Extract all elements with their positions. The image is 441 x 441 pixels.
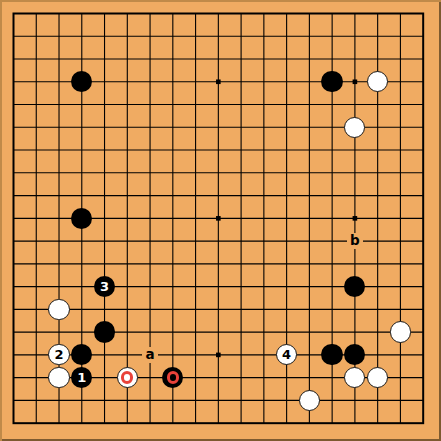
black-stone[interactable] xyxy=(344,276,365,297)
circle-mark-icon xyxy=(167,371,179,383)
stones-layer: 3241ab xyxy=(2,2,434,434)
board-point xyxy=(70,207,93,230)
board-point xyxy=(321,70,344,93)
white-stone[interactable] xyxy=(299,390,320,411)
white-stone-circled[interactable] xyxy=(117,367,138,388)
black-stone[interactable] xyxy=(71,344,92,365)
board-point xyxy=(161,366,184,389)
board-point xyxy=(48,366,71,389)
board-point xyxy=(343,366,366,389)
move-number: 3 xyxy=(100,280,109,293)
board-point xyxy=(321,343,344,366)
move-number: 1 xyxy=(77,371,86,384)
black-stone[interactable] xyxy=(344,344,365,365)
circle-mark-icon xyxy=(121,371,133,383)
white-stone[interactable] xyxy=(48,367,69,388)
board-point xyxy=(48,298,71,321)
board-point: 3 xyxy=(93,275,116,298)
board-point xyxy=(93,321,116,344)
black-stone[interactable] xyxy=(71,71,92,92)
board-point xyxy=(116,366,139,389)
board-point: b xyxy=(343,230,366,253)
black-stone[interactable] xyxy=(94,321,115,342)
black-stone[interactable] xyxy=(321,71,342,92)
point-label-b[interactable]: b xyxy=(347,233,363,249)
black-stone[interactable]: 1 xyxy=(71,367,92,388)
board-point xyxy=(366,70,389,93)
move-number: 2 xyxy=(54,348,63,361)
white-stone[interactable] xyxy=(367,71,388,92)
black-stone[interactable] xyxy=(321,344,342,365)
board-point xyxy=(70,343,93,366)
white-stone[interactable] xyxy=(48,299,69,320)
move-number: 4 xyxy=(282,348,291,361)
board-point xyxy=(389,321,412,344)
board-point: 4 xyxy=(275,343,298,366)
white-stone[interactable] xyxy=(344,117,365,138)
board-point xyxy=(343,116,366,139)
board-point: a xyxy=(139,343,162,366)
board-point xyxy=(343,343,366,366)
black-stone[interactable] xyxy=(71,208,92,229)
board-point: 1 xyxy=(70,366,93,389)
go-board[interactable]: 3241ab xyxy=(0,0,441,441)
black-stone[interactable]: 3 xyxy=(94,276,115,297)
board-point xyxy=(70,70,93,93)
board-point: 2 xyxy=(48,343,71,366)
board-point xyxy=(343,275,366,298)
white-stone[interactable]: 4 xyxy=(276,344,297,365)
white-stone[interactable]: 2 xyxy=(48,344,69,365)
black-stone-circled[interactable] xyxy=(162,367,183,388)
white-stone[interactable] xyxy=(367,367,388,388)
white-stone[interactable] xyxy=(390,321,411,342)
board-point xyxy=(366,366,389,389)
point-label-a[interactable]: a xyxy=(142,347,158,363)
white-stone[interactable] xyxy=(344,367,365,388)
board-point xyxy=(298,389,321,412)
